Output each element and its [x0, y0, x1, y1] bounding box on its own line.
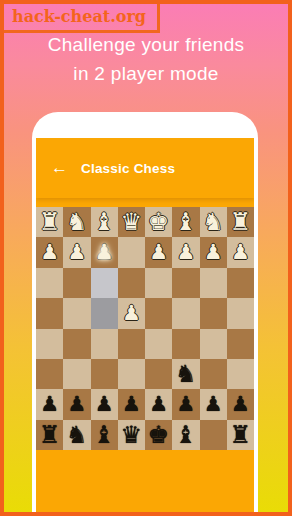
black-pawn[interactable]: ♟ — [149, 394, 168, 415]
watermark: hack-cheat.org — [4, 4, 160, 33]
square-c2[interactable]: ♟ — [91, 237, 118, 267]
square-f7[interactable]: ♟ — [172, 389, 199, 419]
square-b3[interactable] — [63, 268, 90, 298]
square-h6[interactable] — [227, 359, 254, 389]
black-pawn[interactable]: ♟ — [40, 394, 59, 415]
square-b4[interactable] — [63, 298, 90, 328]
white-pawn[interactable]: ♟ — [176, 242, 195, 263]
square-g8[interactable] — [200, 420, 227, 450]
white-pawn[interactable]: ♟ — [149, 242, 168, 263]
headline-line2: in 2 player mode — [4, 59, 288, 88]
square-g3[interactable] — [200, 268, 227, 298]
square-g1[interactable]: ♞ — [200, 207, 227, 237]
square-g7[interactable]: ♟ — [200, 389, 227, 419]
back-arrow-icon[interactable]: ← — [51, 158, 68, 178]
white-rook[interactable]: ♜ — [39, 210, 61, 234]
square-a3[interactable] — [36, 268, 63, 298]
square-b7[interactable]: ♟ — [63, 389, 90, 419]
square-a1[interactable]: ♜ — [36, 207, 63, 237]
white-bishop[interactable]: ♝ — [93, 210, 115, 234]
phone-mockup: ← Classic Chess ♜♞♝♛♚♝♞♜♟♟♟♟♟♟♟♟♞♟♟♟♟♟♟♟… — [32, 112, 258, 512]
square-f2[interactable]: ♟ — [172, 237, 199, 267]
square-c8[interactable]: ♝ — [91, 420, 118, 450]
white-pawn[interactable]: ♟ — [231, 242, 250, 263]
black-bishop[interactable]: ♝ — [93, 423, 115, 447]
white-pawn[interactable]: ♟ — [95, 242, 114, 263]
square-f3[interactable] — [172, 268, 199, 298]
square-f5[interactable] — [172, 329, 199, 359]
square-a5[interactable] — [36, 329, 63, 359]
black-queen[interactable]: ♛ — [121, 423, 143, 447]
black-knight[interactable]: ♞ — [66, 423, 88, 447]
white-rook[interactable]: ♜ — [230, 210, 252, 234]
square-g5[interactable] — [200, 329, 227, 359]
square-d5[interactable] — [118, 329, 145, 359]
square-h2[interactable]: ♟ — [227, 237, 254, 267]
square-a8[interactable]: ♜ — [36, 420, 63, 450]
square-c4[interactable] — [91, 298, 118, 328]
white-king[interactable]: ♚ — [148, 210, 170, 234]
square-g4[interactable] — [200, 298, 227, 328]
black-rook[interactable]: ♜ — [39, 423, 61, 447]
headline-line1: Challenge your friends — [4, 30, 288, 59]
white-bishop[interactable]: ♝ — [175, 210, 197, 234]
square-h1[interactable]: ♜ — [227, 207, 254, 237]
square-d8[interactable]: ♛ — [118, 420, 145, 450]
square-d3[interactable] — [118, 268, 145, 298]
white-pawn[interactable]: ♟ — [67, 242, 86, 263]
headline: Challenge your friends in 2 player mode — [4, 30, 288, 88]
app-screen: ← Classic Chess ♜♞♝♛♚♝♞♜♟♟♟♟♟♟♟♟♞♟♟♟♟♟♟♟… — [36, 138, 254, 512]
square-c7[interactable]: ♟ — [91, 389, 118, 419]
square-c6[interactable] — [91, 359, 118, 389]
square-a7[interactable]: ♟ — [36, 389, 63, 419]
square-g6[interactable] — [200, 359, 227, 389]
square-a6[interactable] — [36, 359, 63, 389]
square-h4[interactable] — [227, 298, 254, 328]
white-queen[interactable]: ♛ — [121, 210, 143, 234]
chess-board[interactable]: ♜♞♝♛♚♝♞♜♟♟♟♟♟♟♟♟♞♟♟♟♟♟♟♟♟♜♞♝♛♚♝♜ — [36, 207, 254, 450]
square-e7[interactable]: ♟ — [145, 389, 172, 419]
square-h3[interactable] — [227, 268, 254, 298]
square-f8[interactable]: ♝ — [172, 420, 199, 450]
white-pawn[interactable]: ♟ — [40, 242, 59, 263]
white-pawn[interactable]: ♟ — [122, 303, 141, 324]
square-d1[interactable]: ♛ — [118, 207, 145, 237]
white-knight[interactable]: ♞ — [66, 210, 88, 234]
square-d6[interactable] — [118, 359, 145, 389]
square-h7[interactable]: ♟ — [227, 389, 254, 419]
square-d2[interactable] — [118, 237, 145, 267]
square-d7[interactable]: ♟ — [118, 389, 145, 419]
app-title: Classic Chess — [81, 161, 175, 176]
promo-screenshot: Challenge your friends in 2 player mode … — [0, 0, 292, 516]
square-g2[interactable]: ♟ — [200, 237, 227, 267]
square-b1[interactable]: ♞ — [63, 207, 90, 237]
square-e4[interactable] — [145, 298, 172, 328]
black-knight[interactable]: ♞ — [175, 362, 197, 386]
black-pawn[interactable]: ♟ — [231, 394, 250, 415]
square-d4[interactable]: ♟ — [118, 298, 145, 328]
white-knight[interactable]: ♞ — [202, 210, 224, 234]
square-b2[interactable]: ♟ — [63, 237, 90, 267]
square-e5[interactable] — [145, 329, 172, 359]
square-b6[interactable] — [63, 359, 90, 389]
black-pawn[interactable]: ♟ — [122, 394, 141, 415]
white-pawn[interactable]: ♟ — [204, 242, 223, 263]
black-pawn[interactable]: ♟ — [95, 394, 114, 415]
square-e2[interactable]: ♟ — [145, 237, 172, 267]
square-f4[interactable] — [172, 298, 199, 328]
square-a2[interactable]: ♟ — [36, 237, 63, 267]
square-b5[interactable] — [63, 329, 90, 359]
black-king[interactable]: ♚ — [148, 423, 170, 447]
black-bishop[interactable]: ♝ — [175, 423, 197, 447]
square-c5[interactable] — [91, 329, 118, 359]
black-pawn[interactable]: ♟ — [204, 394, 223, 415]
square-e1[interactable]: ♚ — [145, 207, 172, 237]
square-b8[interactable]: ♞ — [63, 420, 90, 450]
square-f1[interactable]: ♝ — [172, 207, 199, 237]
square-c3[interactable] — [91, 268, 118, 298]
square-a4[interactable] — [36, 298, 63, 328]
black-pawn[interactable]: ♟ — [67, 394, 86, 415]
black-pawn[interactable]: ♟ — [176, 394, 195, 415]
app-bar: ← Classic Chess — [36, 138, 254, 198]
square-h5[interactable] — [227, 329, 254, 359]
square-e6[interactable] — [145, 359, 172, 389]
square-e8[interactable]: ♚ — [145, 420, 172, 450]
square-e3[interactable] — [145, 268, 172, 298]
square-h8[interactable]: ♜ — [227, 420, 254, 450]
black-rook[interactable]: ♜ — [230, 423, 252, 447]
square-f6[interactable]: ♞ — [172, 359, 199, 389]
square-c1[interactable]: ♝ — [91, 207, 118, 237]
